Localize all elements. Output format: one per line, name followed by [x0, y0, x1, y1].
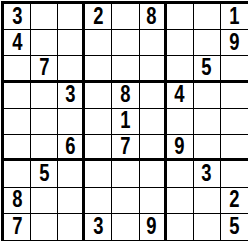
cell-r4c6[interactable]: [140, 83, 167, 109]
given-digit: 9: [175, 135, 185, 159]
cell-r1c2[interactable]: [31, 4, 58, 30]
cell-r7c6[interactable]: [140, 161, 167, 187]
cell-r1c8[interactable]: [194, 4, 221, 30]
cell-r6c1[interactable]: [4, 135, 31, 161]
cell-r5c9[interactable]: [221, 109, 248, 135]
given-digit: 4: [12, 31, 22, 55]
cell-r3c7[interactable]: [167, 56, 194, 82]
cell-r2c9[interactable]: 9: [221, 30, 248, 56]
cell-r6c4[interactable]: [85, 135, 112, 161]
cell-r5c8[interactable]: [194, 109, 221, 135]
given-digit: 3: [65, 83, 75, 107]
cell-r5c3[interactable]: [58, 109, 85, 135]
cell-r1c6[interactable]: 8: [140, 4, 167, 30]
given-digit: 1: [120, 109, 130, 133]
cell-r6c5[interactable]: 7: [112, 135, 139, 161]
given-digit: 2: [93, 5, 103, 29]
cell-r6c8[interactable]: [194, 135, 221, 161]
cell-r3c6[interactable]: [140, 56, 167, 82]
cell-r1c5[interactable]: [112, 4, 139, 30]
cell-r5c6[interactable]: [140, 109, 167, 135]
cell-r4c9[interactable]: [221, 83, 248, 109]
cell-r3c1[interactable]: [4, 56, 31, 82]
cell-r2c1[interactable]: 4: [4, 30, 31, 56]
cell-r5c7[interactable]: [167, 109, 194, 135]
cell-r8c2[interactable]: [31, 188, 58, 214]
cell-r2c3[interactable]: [58, 30, 85, 56]
cell-r9c6[interactable]: 9: [140, 214, 167, 240]
given-digit: 4: [175, 83, 185, 107]
cell-r5c1[interactable]: [4, 109, 31, 135]
cell-r8c5[interactable]: [112, 188, 139, 214]
cell-r9c4[interactable]: 3: [85, 214, 112, 240]
cell-r9c8[interactable]: [194, 214, 221, 240]
cell-r7c4[interactable]: [85, 161, 112, 187]
cell-r4c5[interactable]: 8: [112, 83, 139, 109]
cell-r1c1[interactable]: 3: [4, 4, 31, 30]
cell-r7c8[interactable]: 3: [194, 161, 221, 187]
cell-r2c6[interactable]: [140, 30, 167, 56]
cell-r7c2[interactable]: 5: [31, 161, 58, 187]
cell-r4c4[interactable]: [85, 83, 112, 109]
cell-r8c6[interactable]: [140, 188, 167, 214]
cell-r8c8[interactable]: [194, 188, 221, 214]
cell-r4c2[interactable]: [31, 83, 58, 109]
cell-r3c9[interactable]: [221, 56, 248, 82]
given-digit: 5: [229, 215, 239, 239]
cell-r8c9[interactable]: 2: [221, 188, 248, 214]
cell-r5c5[interactable]: 1: [112, 109, 139, 135]
given-digit: 3: [12, 5, 22, 29]
cell-r5c2[interactable]: [31, 109, 58, 135]
cell-r9c1[interactable]: 7: [4, 214, 31, 240]
given-digit: 3: [202, 162, 212, 186]
cell-r9c5[interactable]: [112, 214, 139, 240]
cell-r1c4[interactable]: 2: [85, 4, 112, 30]
given-digit: 5: [39, 162, 49, 186]
cell-r2c4[interactable]: [85, 30, 112, 56]
cell-r9c2[interactable]: [31, 214, 58, 240]
cell-r7c1[interactable]: [4, 161, 31, 187]
cell-r6c6[interactable]: [140, 135, 167, 161]
cell-r3c4[interactable]: [85, 56, 112, 82]
cell-r8c4[interactable]: [85, 188, 112, 214]
sudoku-page: 32814975384167953827395: [0, 0, 248, 241]
given-digit: 6: [65, 135, 75, 159]
given-digit: 8: [120, 83, 130, 107]
cell-r8c1[interactable]: 8: [4, 188, 31, 214]
cell-r7c9[interactable]: [221, 161, 248, 187]
given-digit: 9: [146, 215, 156, 239]
cell-r3c5[interactable]: [112, 56, 139, 82]
cell-r4c8[interactable]: [194, 83, 221, 109]
given-digit: 7: [120, 135, 130, 159]
cell-r7c3[interactable]: [58, 161, 85, 187]
cell-r4c3[interactable]: 3: [58, 83, 85, 109]
given-digit: 7: [12, 215, 22, 239]
cell-r3c2[interactable]: 7: [31, 56, 58, 82]
cell-r2c7[interactable]: [167, 30, 194, 56]
cell-r9c3[interactable]: [58, 214, 85, 240]
cell-r6c9[interactable]: [221, 135, 248, 161]
given-digit: 8: [146, 5, 156, 29]
cell-r2c2[interactable]: [31, 30, 58, 56]
cell-r4c1[interactable]: [4, 83, 31, 109]
cell-r6c3[interactable]: 6: [58, 135, 85, 161]
given-digit: 2: [229, 188, 239, 212]
cell-r7c5[interactable]: [112, 161, 139, 187]
cell-r2c8[interactable]: [194, 30, 221, 56]
given-digit: 5: [202, 56, 212, 80]
cell-r1c9[interactable]: 1: [221, 4, 248, 30]
sudoku-board: 32814975384167953827395: [1, 1, 248, 241]
cell-r4c7[interactable]: 4: [167, 83, 194, 109]
given-digit: 8: [12, 188, 22, 212]
cell-r9c7[interactable]: [167, 214, 194, 240]
cell-r3c8[interactable]: 5: [194, 56, 221, 82]
cell-r1c3[interactable]: [58, 4, 85, 30]
cell-r6c2[interactable]: [31, 135, 58, 161]
cell-r5c4[interactable]: [85, 109, 112, 135]
cell-r8c3[interactable]: [58, 188, 85, 214]
cell-r3c3[interactable]: [58, 56, 85, 82]
cell-r6c7[interactable]: 9: [167, 135, 194, 161]
given-digit: 7: [39, 56, 49, 80]
cell-r2c5[interactable]: [112, 30, 139, 56]
cell-r9c9[interactable]: 5: [221, 214, 248, 240]
given-digit: 9: [229, 31, 239, 55]
cell-r7c7[interactable]: [167, 161, 194, 187]
given-digit: 3: [93, 215, 103, 239]
cell-r8c7[interactable]: [167, 188, 194, 214]
cell-r1c7[interactable]: [167, 4, 194, 30]
given-digit: 1: [229, 5, 239, 29]
